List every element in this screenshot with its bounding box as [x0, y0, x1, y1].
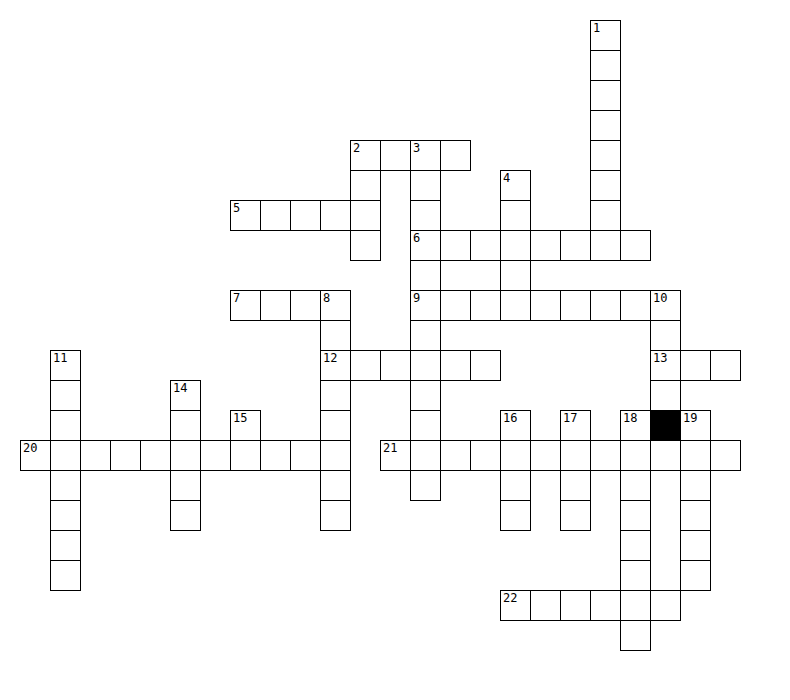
clue-number: 17	[563, 411, 577, 425]
crossword-cell[interactable]	[80, 440, 111, 471]
crossword-cell[interactable]	[620, 230, 651, 261]
clue-number: 12	[323, 351, 337, 365]
crossword-cell[interactable]	[350, 230, 381, 261]
crossword-cell[interactable]	[500, 440, 531, 471]
crossword-cell[interactable]: 14	[170, 380, 201, 411]
crossword-cell[interactable]: 2	[350, 140, 381, 171]
crossword-cell[interactable]	[410, 350, 441, 381]
clue-number: 20	[23, 441, 37, 455]
crossword-cell[interactable]	[590, 440, 621, 471]
crossword-cell[interactable]	[560, 440, 591, 471]
crossword-cell[interactable]	[350, 170, 381, 201]
crossword-cell[interactable]	[50, 500, 81, 531]
crossword-cell[interactable]	[350, 350, 381, 381]
crossword-cell[interactable]	[530, 440, 561, 471]
crossword-cell[interactable]	[590, 170, 621, 201]
crossword-cell[interactable]	[710, 350, 741, 381]
clue-number: 10	[653, 291, 667, 305]
crossword-cell[interactable]	[560, 230, 591, 261]
clue-number: 2	[353, 141, 360, 155]
clue-number: 14	[173, 381, 187, 395]
crossword-cell[interactable]	[470, 290, 501, 321]
crossword-cell[interactable]: 7	[230, 290, 261, 321]
crossword-cell[interactable]	[410, 170, 441, 201]
clue-number: 6	[413, 231, 420, 245]
clue-number: 13	[653, 351, 667, 365]
crossword-cell[interactable]	[590, 110, 621, 141]
crossword-cell[interactable]	[470, 440, 501, 471]
clue-number: 8	[323, 291, 330, 305]
crossword-cell[interactable]	[410, 380, 441, 411]
crossword-cell[interactable]	[500, 260, 531, 291]
crossword-cell[interactable]	[260, 290, 291, 321]
crossword-cell[interactable]	[530, 290, 561, 321]
crossword-cell[interactable]	[50, 530, 81, 561]
crossword-cell[interactable]	[500, 290, 531, 321]
crossword-cell[interactable]	[680, 440, 711, 471]
crossword-cell[interactable]	[620, 620, 651, 651]
crossword-cell[interactable]	[620, 560, 651, 591]
crossword-cell[interactable]	[710, 440, 741, 471]
crossword-cell[interactable]	[620, 290, 651, 321]
clue-number: 5	[233, 201, 240, 215]
crossword-cell[interactable]	[170, 500, 201, 531]
crossword-cell[interactable]	[410, 410, 441, 441]
crossword-cell[interactable]	[620, 470, 651, 501]
crossword-cell[interactable]	[530, 590, 561, 621]
crossword-cell[interactable]	[50, 440, 81, 471]
crossword-cell[interactable]: 18	[620, 410, 651, 441]
crossword-cell[interactable]	[650, 590, 681, 621]
clue-number: 19	[683, 411, 697, 425]
crossword-cell[interactable]	[320, 440, 351, 471]
crossword-grid: 12345678910111213141516171819202122	[20, 20, 740, 650]
crossword-cell[interactable]	[320, 500, 351, 531]
crossword-cell[interactable]: 13	[650, 350, 681, 381]
crossword-cell[interactable]	[590, 230, 621, 261]
crossword-cell[interactable]	[560, 290, 591, 321]
crossword-cell[interactable]	[500, 500, 531, 531]
crossword-cell[interactable]: 6	[410, 230, 441, 261]
crossword-cell[interactable]: 4	[500, 170, 531, 201]
crossword-cell[interactable]	[650, 440, 681, 471]
crossword-cell[interactable]	[560, 590, 591, 621]
crossword-cell[interactable]: 16	[500, 410, 531, 441]
clue-number: 15	[233, 411, 247, 425]
crossword-cell[interactable]	[170, 470, 201, 501]
crossword-cell[interactable]	[530, 230, 561, 261]
crossword-cell[interactable]	[680, 350, 711, 381]
crossword-cell[interactable]	[470, 350, 501, 381]
crossword-cell[interactable]	[440, 440, 471, 471]
crossword-cell[interactable]	[320, 200, 351, 231]
crossword-cell[interactable]	[290, 200, 321, 231]
crossword-cell[interactable]	[260, 200, 291, 231]
crossword-cell[interactable]: 17	[560, 410, 591, 441]
crossword-cell[interactable]	[320, 380, 351, 411]
crossword-cell[interactable]	[410, 320, 441, 351]
crossword-cell[interactable]	[680, 500, 711, 531]
crossword-cell[interactable]	[290, 440, 321, 471]
crossword-cell[interactable]: 15	[230, 410, 261, 441]
crossword-cell[interactable]	[650, 380, 681, 411]
crossword-cell[interactable]	[680, 470, 711, 501]
crossword-cell[interactable]	[50, 380, 81, 411]
clue-number: 9	[413, 291, 420, 305]
crossword-cell[interactable]	[590, 140, 621, 171]
crossword-cell[interactable]	[230, 440, 261, 471]
crossword-cell[interactable]	[170, 410, 201, 441]
crossword-cell[interactable]: 8	[320, 290, 351, 321]
crossword-cell[interactable]	[680, 530, 711, 561]
crossword-cell[interactable]: 10	[650, 290, 681, 321]
crossword-cell[interactable]	[320, 470, 351, 501]
crossword-cell[interactable]	[350, 200, 381, 231]
crossword-cell[interactable]	[440, 140, 471, 171]
clue-number: 18	[623, 411, 637, 425]
crossword-cell[interactable]: 1	[590, 20, 621, 51]
crossword-cell[interactable]	[50, 470, 81, 501]
crossword-cell[interactable]	[620, 530, 651, 561]
crossword-cell[interactable]	[590, 50, 621, 81]
clue-number: 1	[593, 21, 600, 35]
crossword-cell[interactable]	[650, 320, 681, 351]
crossword-cell[interactable]	[320, 410, 351, 441]
crossword-cell[interactable]	[500, 200, 531, 231]
crossword-cell[interactable]	[440, 290, 471, 321]
crossword-cell[interactable]	[410, 470, 441, 501]
crossword-cell[interactable]	[500, 230, 531, 261]
crossword-cell[interactable]	[560, 470, 591, 501]
crossword-cell[interactable]	[410, 440, 441, 471]
crossword-cell[interactable]	[590, 200, 621, 231]
clue-number: 22	[503, 591, 517, 605]
crossword-cell[interactable]: 9	[410, 290, 441, 321]
crossword-cell[interactable]	[620, 590, 651, 621]
crossword-cell[interactable]: 22	[500, 590, 531, 621]
clue-number: 7	[233, 291, 240, 305]
crossword-cell[interactable]	[500, 470, 531, 501]
crossword-cell[interactable]	[50, 410, 81, 441]
crossword-cell[interactable]	[290, 290, 321, 321]
clue-number: 4	[503, 171, 510, 185]
crossword-cell[interactable]	[140, 440, 171, 471]
crossword-cell[interactable]	[440, 230, 471, 261]
crossword-cell[interactable]: 19	[680, 410, 711, 441]
crossword-cell[interactable]	[620, 440, 651, 471]
crossword-cell[interactable]	[560, 500, 591, 531]
crossword-cell[interactable]: 3	[410, 140, 441, 171]
crossword-cell[interactable]	[680, 560, 711, 591]
clue-number: 3	[413, 141, 420, 155]
crossword-cell[interactable]	[410, 200, 441, 231]
crossword-cell[interactable]	[590, 290, 621, 321]
crossword-cell[interactable]: 20	[20, 440, 51, 471]
crossword-cell[interactable]	[590, 590, 621, 621]
crossword-cell[interactable]	[410, 260, 441, 291]
clue-number: 11	[53, 351, 67, 365]
crossword-cell[interactable]: 12	[320, 350, 351, 381]
crossword-cell[interactable]	[590, 80, 621, 111]
crossword-cell[interactable]	[200, 440, 231, 471]
crossword-cell[interactable]	[320, 320, 351, 351]
crossword-cell[interactable]	[260, 440, 291, 471]
crossword-cell[interactable]: 11	[50, 350, 81, 381]
crossword-cell[interactable]	[620, 500, 651, 531]
crossword-cell[interactable]	[110, 440, 141, 471]
crossword-cell[interactable]	[440, 350, 471, 381]
crossword-cell[interactable]	[380, 140, 411, 171]
crossword-cell[interactable]: 5	[230, 200, 261, 231]
crossword-cell[interactable]	[170, 440, 201, 471]
crossword-cell[interactable]: 21	[380, 440, 411, 471]
clue-number: 21	[383, 441, 397, 455]
black-cell	[650, 410, 681, 441]
clue-number: 16	[503, 411, 517, 425]
crossword-cell[interactable]	[380, 350, 411, 381]
crossword-cell[interactable]	[50, 560, 81, 591]
crossword-cell[interactable]	[470, 230, 501, 261]
